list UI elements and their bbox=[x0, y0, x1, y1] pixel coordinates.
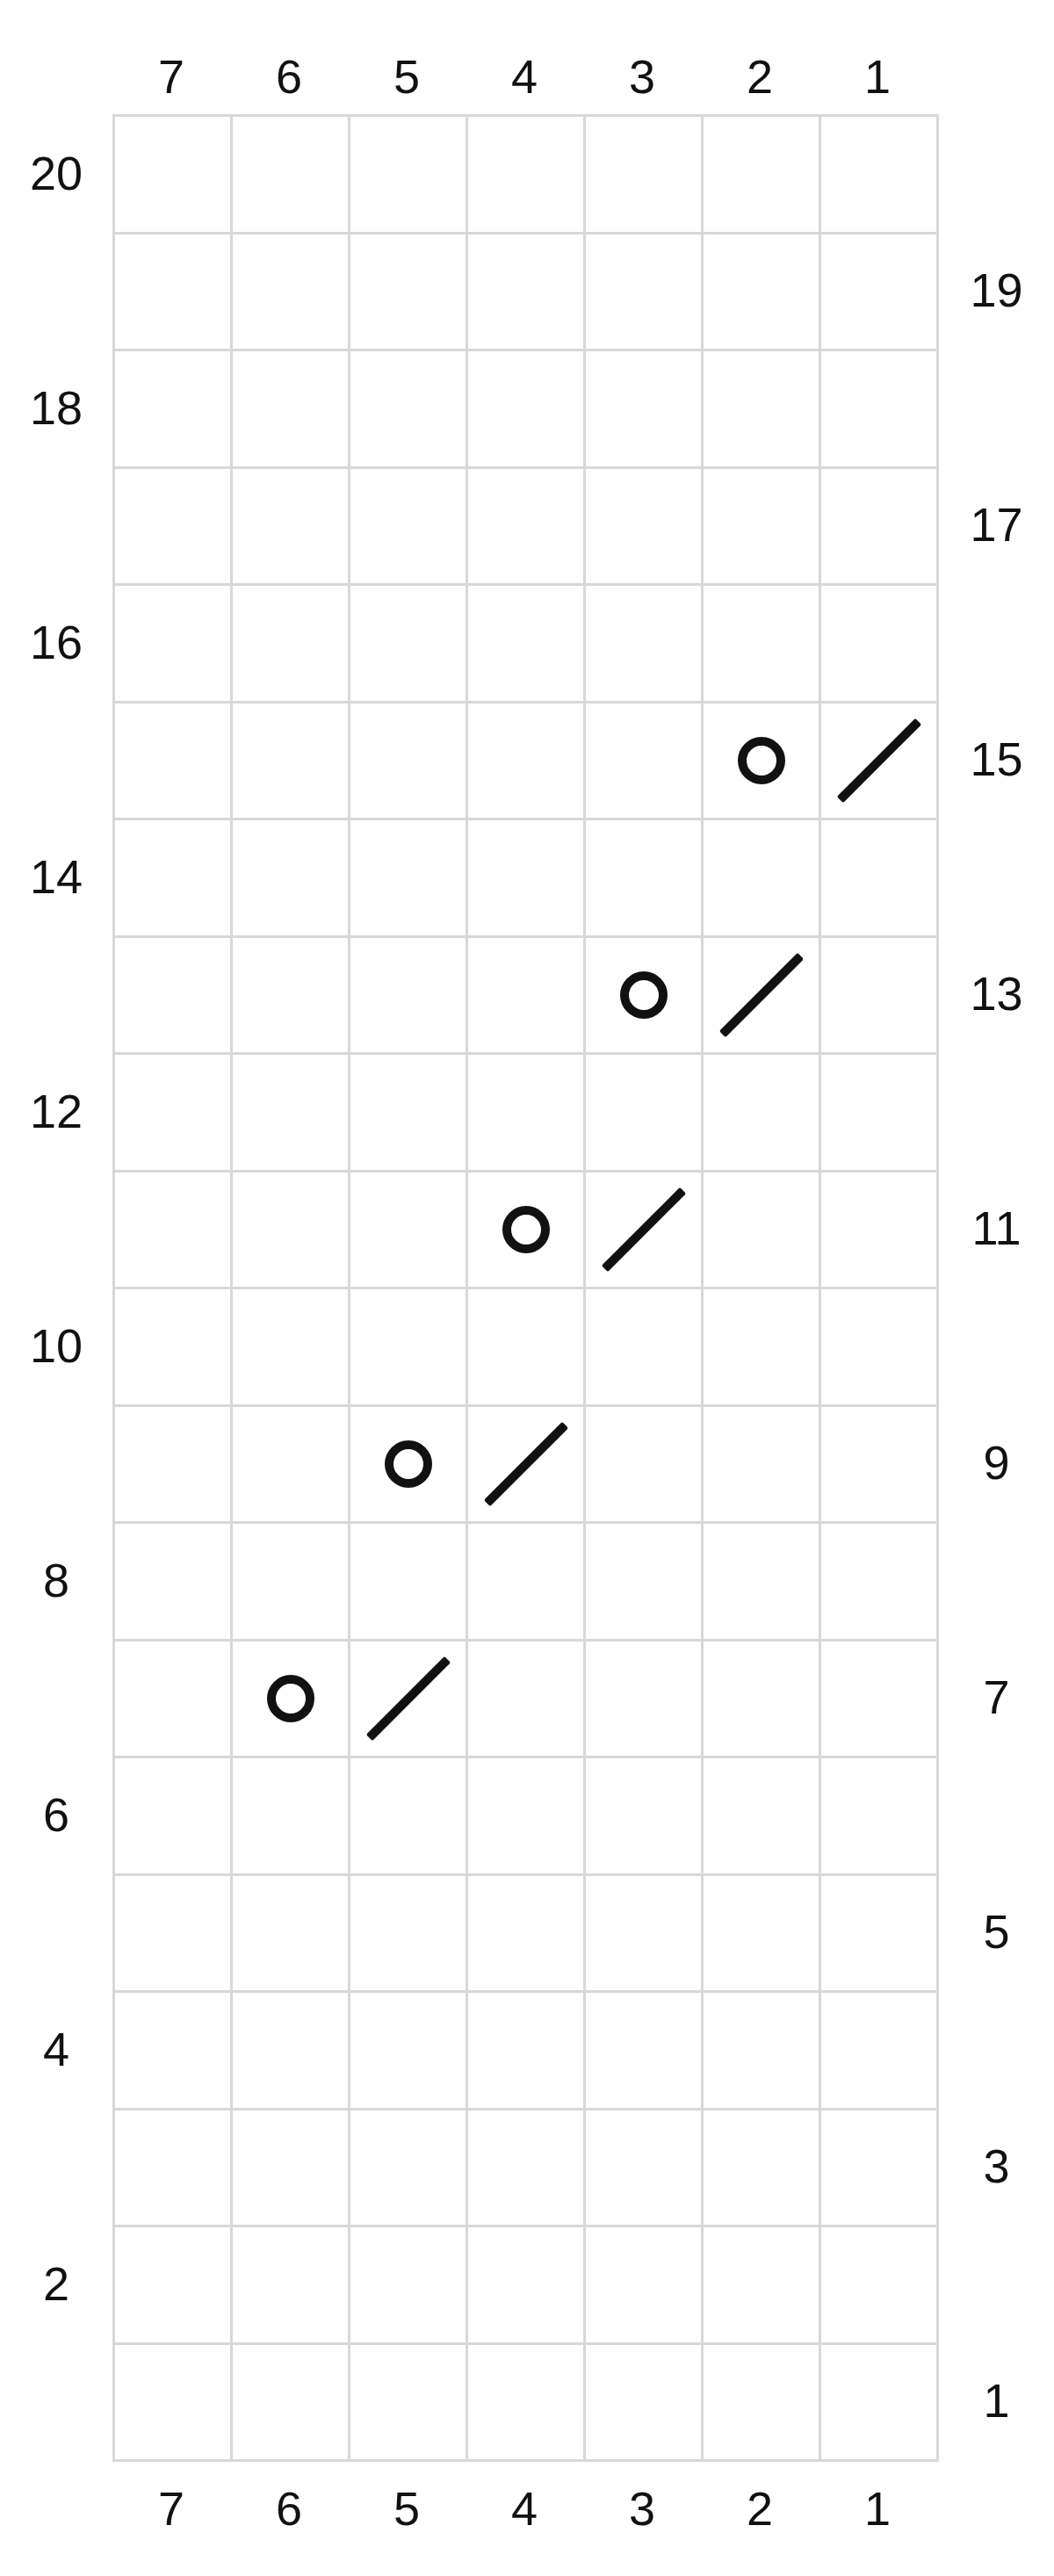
cell-r13-c1 bbox=[819, 935, 936, 1053]
cell-r3-c3 bbox=[583, 2108, 701, 2226]
cell-r4-c7 bbox=[112, 1990, 230, 2108]
cell-r5-c2 bbox=[701, 1873, 819, 1991]
cell-r5-c4 bbox=[466, 1873, 583, 1991]
cell-r2-c3 bbox=[583, 2225, 701, 2342]
cell-r20-c5 bbox=[348, 114, 466, 232]
cell-r19-c7 bbox=[112, 232, 230, 350]
cell-r19-c2 bbox=[701, 232, 819, 350]
cell-r12-c5 bbox=[348, 1052, 466, 1170]
cell-r8-c6 bbox=[230, 1521, 348, 1639]
cell-r6-c4 bbox=[466, 1756, 583, 1873]
cell-r18-c5 bbox=[348, 349, 466, 466]
corner-top-right bbox=[939, 0, 1054, 114]
cell-r15-c2 bbox=[701, 701, 819, 819]
cell-r14-c2 bbox=[701, 818, 819, 935]
cell-r12-c6 bbox=[230, 1052, 348, 1170]
cell-r2-c6 bbox=[230, 2225, 348, 2342]
cell-r6-c1 bbox=[819, 1756, 936, 1873]
cell-r8-c2 bbox=[701, 1521, 819, 1639]
cell-r3-c2 bbox=[701, 2108, 819, 2226]
cell-r6-c5 bbox=[348, 1756, 466, 1873]
row-label-9: 9 bbox=[939, 1404, 1054, 1522]
cell-r5-c5 bbox=[348, 1873, 466, 1991]
corner-bottom-left bbox=[0, 2462, 112, 2576]
cell-r13-c6 bbox=[230, 935, 348, 1053]
cell-r2-c5 bbox=[348, 2225, 466, 2342]
cell-r16-c4 bbox=[466, 583, 583, 701]
cell-r2-c1 bbox=[819, 2225, 936, 2342]
cell-r11-c7 bbox=[112, 1170, 230, 1288]
cell-r7-c7 bbox=[112, 1639, 230, 1757]
cell-r9-c4 bbox=[466, 1404, 583, 1522]
corner-bottom-right bbox=[939, 2462, 1054, 2576]
cell-r6-c6 bbox=[230, 1756, 348, 1873]
cell-r16-c1 bbox=[819, 583, 936, 701]
decrease-slash-symbol bbox=[836, 718, 920, 803]
cell-r20-c2 bbox=[701, 114, 819, 232]
cell-r20-c6 bbox=[230, 114, 348, 232]
cell-r3-c5 bbox=[348, 2108, 466, 2226]
cell-r11-c1 bbox=[819, 1170, 936, 1288]
cell-r4-c4 bbox=[466, 1990, 583, 2108]
cell-r16-c6 bbox=[230, 583, 348, 701]
cell-r15-c3 bbox=[583, 701, 701, 819]
cell-r4-c5 bbox=[348, 1990, 466, 2108]
cell-r9-c5 bbox=[348, 1404, 466, 1522]
cell-r9-c3 bbox=[583, 1404, 701, 1522]
cell-r13-c7 bbox=[112, 935, 230, 1053]
cell-r10-c1 bbox=[819, 1287, 936, 1404]
row-label-5: 5 bbox=[939, 1873, 1054, 1991]
cell-r7-c2 bbox=[701, 1639, 819, 1757]
cell-r10-c7 bbox=[112, 1287, 230, 1404]
cell-r2-c2 bbox=[701, 2225, 819, 2342]
cell-r6-c7 bbox=[112, 1756, 230, 1873]
cell-r14-c1 bbox=[819, 818, 936, 935]
cell-r20-c1 bbox=[819, 114, 936, 232]
cell-r12-c7 bbox=[112, 1052, 230, 1170]
right-row-labels: 191715131197531 bbox=[939, 114, 1054, 2462]
cell-r18-c7 bbox=[112, 349, 230, 466]
cell-r17-c6 bbox=[230, 466, 348, 584]
row-label-14: 14 bbox=[0, 818, 112, 935]
yarn-over-circle-symbol bbox=[385, 1440, 432, 1488]
cell-r11-c3 bbox=[583, 1170, 701, 1288]
column-label-5: 5 bbox=[348, 53, 466, 100]
row-label-13: 13 bbox=[939, 935, 1054, 1053]
cell-r13-c3 bbox=[583, 935, 701, 1053]
row-label-6: 6 bbox=[0, 1756, 112, 1873]
decrease-slash-symbol bbox=[601, 1187, 685, 1272]
yarn-over-circle-symbol bbox=[502, 1206, 550, 1253]
cell-r15-c5 bbox=[348, 701, 466, 819]
cell-r5-c1 bbox=[819, 1873, 936, 1991]
cell-r5-c3 bbox=[583, 1873, 701, 1991]
cell-r7-c3 bbox=[583, 1639, 701, 1757]
cell-r3-c4 bbox=[466, 2108, 583, 2226]
cell-r16-c7 bbox=[112, 583, 230, 701]
cell-r1-c4 bbox=[466, 2342, 583, 2460]
cell-r3-c1 bbox=[819, 2108, 936, 2226]
cell-r15-c7 bbox=[112, 701, 230, 819]
row-label-8: 8 bbox=[0, 1521, 112, 1639]
cell-r4-c3 bbox=[583, 1990, 701, 2108]
yarn-over-circle-symbol bbox=[738, 737, 785, 784]
row-label-3: 3 bbox=[939, 2108, 1054, 2226]
cell-r14-c4 bbox=[466, 818, 583, 935]
cell-r14-c7 bbox=[112, 818, 230, 935]
cell-r4-c2 bbox=[701, 1990, 819, 2108]
cell-r9-c7 bbox=[112, 1404, 230, 1522]
cell-r4-c1 bbox=[819, 1990, 936, 2108]
cell-r1-c3 bbox=[583, 2342, 701, 2460]
cell-r19-c6 bbox=[230, 232, 348, 350]
cell-r16-c3 bbox=[583, 583, 701, 701]
cell-r11-c5 bbox=[348, 1170, 466, 1288]
cell-r9-c6 bbox=[230, 1404, 348, 1522]
row-label-1: 1 bbox=[939, 2342, 1054, 2460]
cell-r17-c7 bbox=[112, 466, 230, 584]
cell-r13-c2 bbox=[701, 935, 819, 1053]
bottom-column-labels: 7654321 bbox=[112, 2462, 939, 2576]
cell-r12-c3 bbox=[583, 1052, 701, 1170]
cell-r15-c6 bbox=[230, 701, 348, 819]
cell-r3-c7 bbox=[112, 2108, 230, 2226]
cell-r14-c6 bbox=[230, 818, 348, 935]
cell-r18-c3 bbox=[583, 349, 701, 466]
column-label-1: 1 bbox=[819, 53, 936, 100]
cell-r2-c7 bbox=[112, 2225, 230, 2342]
row-label-12: 12 bbox=[0, 1052, 112, 1170]
cell-r7-c5 bbox=[348, 1639, 466, 1757]
row-label-4: 4 bbox=[0, 1990, 112, 2108]
column-label-5: 5 bbox=[348, 2485, 466, 2532]
cell-r7-c6 bbox=[230, 1639, 348, 1757]
cell-r12-c4 bbox=[466, 1052, 583, 1170]
column-label-2: 2 bbox=[701, 53, 819, 100]
cell-r9-c1 bbox=[819, 1404, 936, 1522]
cell-r10-c3 bbox=[583, 1287, 701, 1404]
column-label-3: 3 bbox=[583, 2485, 701, 2532]
cell-r17-c5 bbox=[348, 466, 466, 584]
column-label-1: 1 bbox=[819, 2485, 936, 2532]
column-label-7: 7 bbox=[112, 2485, 230, 2532]
row-label-16: 16 bbox=[0, 583, 112, 701]
cell-r1-c6 bbox=[230, 2342, 348, 2460]
cell-r10-c6 bbox=[230, 1287, 348, 1404]
column-label-6: 6 bbox=[230, 53, 348, 100]
cell-r9-c2 bbox=[701, 1404, 819, 1522]
yarn-over-circle-symbol bbox=[267, 1675, 314, 1722]
cell-r4-c6 bbox=[230, 1990, 348, 2108]
column-label-6: 6 bbox=[230, 2485, 348, 2532]
cell-r17-c2 bbox=[701, 466, 819, 584]
cell-r14-c3 bbox=[583, 818, 701, 935]
cell-r8-c1 bbox=[819, 1521, 936, 1639]
row-label-10: 10 bbox=[0, 1287, 112, 1404]
cell-r14-c5 bbox=[348, 818, 466, 935]
cell-r15-c4 bbox=[466, 701, 583, 819]
cell-r19-c5 bbox=[348, 232, 466, 350]
cell-r1-c5 bbox=[348, 2342, 466, 2460]
cell-r11-c4 bbox=[466, 1170, 583, 1288]
yarn-over-circle-symbol bbox=[620, 971, 668, 1019]
cell-r13-c5 bbox=[348, 935, 466, 1053]
cell-r20-c3 bbox=[583, 114, 701, 232]
cell-r16-c2 bbox=[701, 583, 819, 701]
cell-r7-c4 bbox=[466, 1639, 583, 1757]
cell-r20-c4 bbox=[466, 114, 583, 232]
cell-r18-c4 bbox=[466, 349, 583, 466]
row-label-11: 11 bbox=[939, 1170, 1054, 1288]
row-label-7: 7 bbox=[939, 1639, 1054, 1757]
cell-r1-c1 bbox=[819, 2342, 936, 2460]
cell-r1-c2 bbox=[701, 2342, 819, 2460]
cell-r5-c7 bbox=[112, 1873, 230, 1991]
cell-r17-c3 bbox=[583, 466, 701, 584]
cell-r11-c6 bbox=[230, 1170, 348, 1288]
cell-r10-c2 bbox=[701, 1287, 819, 1404]
cell-r8-c7 bbox=[112, 1521, 230, 1639]
cell-r18-c1 bbox=[819, 349, 936, 466]
cell-r2-c4 bbox=[466, 2225, 583, 2342]
cell-r8-c5 bbox=[348, 1521, 466, 1639]
decrease-slash-symbol bbox=[365, 1656, 450, 1741]
cell-r10-c5 bbox=[348, 1287, 466, 1404]
row-label-18: 18 bbox=[0, 349, 112, 466]
cell-r5-c6 bbox=[230, 1873, 348, 1991]
cell-r3-c6 bbox=[230, 2108, 348, 2226]
knitting-chart-page: 7654321 2018161412108642 191715131197531… bbox=[0, 0, 1054, 2576]
column-label-7: 7 bbox=[112, 53, 230, 100]
cell-r18-c2 bbox=[701, 349, 819, 466]
row-label-2: 2 bbox=[0, 2225, 112, 2342]
row-label-15: 15 bbox=[939, 701, 1054, 819]
cell-r15-c1 bbox=[819, 701, 936, 819]
cell-r7-c1 bbox=[819, 1639, 936, 1757]
decrease-slash-symbol bbox=[483, 1422, 567, 1506]
cell-r17-c4 bbox=[466, 466, 583, 584]
decrease-slash-symbol bbox=[718, 953, 803, 1037]
cell-r10-c4 bbox=[466, 1287, 583, 1404]
cell-r12-c2 bbox=[701, 1052, 819, 1170]
cell-r6-c2 bbox=[701, 1756, 819, 1873]
row-label-20: 20 bbox=[0, 114, 112, 232]
cell-r19-c3 bbox=[583, 232, 701, 350]
cell-r13-c4 bbox=[466, 935, 583, 1053]
column-label-2: 2 bbox=[701, 2485, 819, 2532]
cell-r18-c6 bbox=[230, 349, 348, 466]
cell-r8-c4 bbox=[466, 1521, 583, 1639]
column-label-3: 3 bbox=[583, 53, 701, 100]
cell-r17-c1 bbox=[819, 466, 936, 584]
cell-r6-c3 bbox=[583, 1756, 701, 1873]
cell-r19-c4 bbox=[466, 232, 583, 350]
board-grid bbox=[112, 114, 939, 2462]
cell-r12-c1 bbox=[819, 1052, 936, 1170]
cell-r20-c7 bbox=[112, 114, 230, 232]
column-label-4: 4 bbox=[466, 53, 583, 100]
cell-r19-c1 bbox=[819, 232, 936, 350]
column-label-4: 4 bbox=[466, 2485, 583, 2532]
top-column-labels: 7654321 bbox=[112, 0, 939, 114]
cell-r8-c3 bbox=[583, 1521, 701, 1639]
cell-r11-c2 bbox=[701, 1170, 819, 1288]
row-label-19: 19 bbox=[939, 232, 1054, 350]
cell-r16-c5 bbox=[348, 583, 466, 701]
left-row-labels: 2018161412108642 bbox=[0, 114, 112, 2462]
cell-r1-c7 bbox=[112, 2342, 230, 2460]
corner-top-left bbox=[0, 0, 112, 114]
row-label-17: 17 bbox=[939, 466, 1054, 584]
